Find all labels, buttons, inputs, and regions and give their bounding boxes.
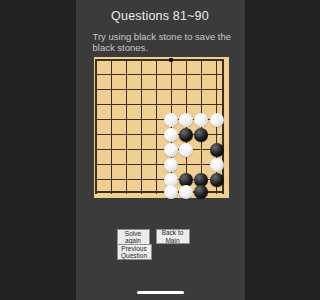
white-stone bbox=[210, 113, 224, 127]
grid-line bbox=[95, 59, 224, 61]
back-to-main-button[interactable]: Back to Main bbox=[156, 229, 190, 244]
grid-line bbox=[222, 59, 224, 194]
previous-question-button[interactable]: Previous Question bbox=[117, 244, 152, 260]
grid-line bbox=[95, 104, 224, 105]
white-stone bbox=[164, 143, 178, 157]
black-stone bbox=[210, 173, 224, 187]
black-stone bbox=[194, 185, 208, 199]
grid-line bbox=[111, 59, 112, 194]
white-stone bbox=[164, 113, 178, 127]
grid-line bbox=[95, 89, 224, 90]
grid-line bbox=[126, 59, 127, 194]
black-stone bbox=[194, 128, 208, 142]
page-title: Questions 81~90 bbox=[76, 9, 245, 23]
grid-line bbox=[141, 59, 142, 194]
white-stone bbox=[179, 185, 193, 199]
app-screen: Questions 81~90 Try using black stone to… bbox=[76, 0, 245, 300]
go-board[interactable] bbox=[94, 57, 229, 198]
star-point bbox=[169, 58, 173, 62]
grid-line bbox=[95, 164, 224, 165]
white-stone bbox=[164, 185, 178, 199]
home-indicator-bar[interactable] bbox=[137, 291, 184, 294]
grid-line bbox=[95, 59, 97, 194]
black-stone bbox=[179, 128, 193, 142]
white-stone bbox=[179, 113, 193, 127]
grid-line bbox=[95, 149, 224, 150]
grid-line bbox=[95, 74, 224, 75]
white-stone bbox=[194, 113, 208, 127]
white-stone bbox=[179, 143, 193, 157]
white-stone bbox=[164, 128, 178, 142]
white-stone bbox=[164, 158, 178, 172]
puzzle-instruction: Try using black stone to save the black … bbox=[93, 31, 233, 53]
white-stone bbox=[210, 158, 224, 172]
grid-line bbox=[156, 59, 157, 194]
black-stone bbox=[210, 143, 224, 157]
solve-again-button[interactable]: Solve again bbox=[117, 229, 150, 245]
